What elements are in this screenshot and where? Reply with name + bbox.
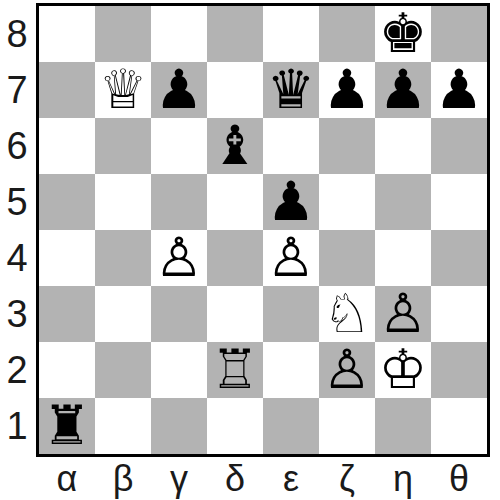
white-rook-piece: ♖ [211,342,259,398]
square-η7[interactable]: ♟ [375,62,431,118]
rank-label-4: 4 [0,230,34,286]
rank-label-6: 6 [0,118,34,174]
square-γ5[interactable] [151,174,207,230]
square-β5[interactable] [95,174,151,230]
white-pawn-piece: ♙ [267,230,315,286]
square-β6[interactable] [95,118,151,174]
square-δ4[interactable] [207,230,263,286]
square-η8[interactable]: ♚ [375,6,431,62]
chess-board: ♚♕♟♛♟♟♟♝♟♙♙♘♙♖♙♔♜ [36,3,490,457]
black-king-piece: ♚ [379,6,427,62]
square-ζ2[interactable]: ♙ [319,342,375,398]
square-δ5[interactable] [207,174,263,230]
black-pawn-piece: ♟ [435,62,483,118]
white-pawn-piece: ♙ [379,286,427,342]
square-γ4[interactable]: ♙ [151,230,207,286]
square-θ1[interactable] [431,398,487,454]
black-pawn-piece: ♟ [155,62,203,118]
square-ε1[interactable] [263,398,319,454]
file-label-γ: γ [151,459,207,499]
square-θ7[interactable]: ♟ [431,62,487,118]
square-α4[interactable] [39,230,95,286]
file-label-η: η [375,459,431,499]
rank-label-8: 8 [0,6,34,62]
white-king-piece: ♔ [379,342,427,398]
chess-diagram: 87654321 ♚♕♟♛♟♟♟♝♟♙♙♘♙♖♙♔♜ αβγδεζηθ [0,0,500,500]
square-δ2[interactable]: ♖ [207,342,263,398]
square-η5[interactable] [375,174,431,230]
square-α2[interactable] [39,342,95,398]
black-pawn-piece: ♟ [267,174,315,230]
square-ε3[interactable] [263,286,319,342]
square-ζ5[interactable] [319,174,375,230]
square-ζ7[interactable]: ♟ [319,62,375,118]
square-β8[interactable] [95,6,151,62]
square-γ7[interactable]: ♟ [151,62,207,118]
black-pawn-piece: ♟ [379,62,427,118]
square-β4[interactable] [95,230,151,286]
file-labels: αβγδεζηθ [39,459,487,499]
black-bishop-piece: ♝ [211,118,259,174]
square-θ3[interactable] [431,286,487,342]
square-α7[interactable] [39,62,95,118]
square-η2[interactable]: ♔ [375,342,431,398]
square-η4[interactable] [375,230,431,286]
white-pawn-piece: ♙ [323,342,371,398]
white-knight-piece: ♘ [323,286,371,342]
square-θ5[interactable] [431,174,487,230]
file-label-ε: ε [263,459,319,499]
white-queen-piece: ♕ [99,62,147,118]
square-γ2[interactable] [151,342,207,398]
square-θ6[interactable] [431,118,487,174]
square-η3[interactable]: ♙ [375,286,431,342]
square-δ1[interactable] [207,398,263,454]
square-η6[interactable] [375,118,431,174]
square-ζ3[interactable]: ♘ [319,286,375,342]
square-θ2[interactable] [431,342,487,398]
square-β7[interactable]: ♕ [95,62,151,118]
square-β1[interactable] [95,398,151,454]
square-α1[interactable]: ♜ [39,398,95,454]
square-ε8[interactable] [263,6,319,62]
black-queen-piece: ♛ [267,62,315,118]
square-θ8[interactable] [431,6,487,62]
file-label-θ: θ [431,459,487,499]
square-ε6[interactable] [263,118,319,174]
black-rook-piece: ♜ [43,398,91,454]
square-δ3[interactable] [207,286,263,342]
square-γ3[interactable] [151,286,207,342]
white-pawn-piece: ♙ [155,230,203,286]
square-ζ6[interactable] [319,118,375,174]
square-γ8[interactable] [151,6,207,62]
rank-label-2: 2 [0,342,34,398]
square-ε7[interactable]: ♛ [263,62,319,118]
square-δ8[interactable] [207,6,263,62]
square-θ4[interactable] [431,230,487,286]
square-ζ4[interactable] [319,230,375,286]
file-label-ζ: ζ [319,459,375,499]
file-label-δ: δ [207,459,263,499]
rank-label-1: 1 [0,398,34,454]
rank-label-3: 3 [0,286,34,342]
square-α3[interactable] [39,286,95,342]
black-pawn-piece: ♟ [323,62,371,118]
square-α8[interactable] [39,6,95,62]
file-label-β: β [95,459,151,499]
square-α6[interactable] [39,118,95,174]
square-δ6[interactable]: ♝ [207,118,263,174]
square-ε5[interactable]: ♟ [263,174,319,230]
square-β2[interactable] [95,342,151,398]
square-ε4[interactable]: ♙ [263,230,319,286]
square-γ6[interactable] [151,118,207,174]
square-ζ8[interactable] [319,6,375,62]
rank-labels: 87654321 [0,6,34,454]
square-η1[interactable] [375,398,431,454]
square-δ7[interactable] [207,62,263,118]
square-γ1[interactable] [151,398,207,454]
square-ε2[interactable] [263,342,319,398]
rank-label-7: 7 [0,62,34,118]
rank-label-5: 5 [0,174,34,230]
square-ζ1[interactable] [319,398,375,454]
square-β3[interactable] [95,286,151,342]
square-α5[interactable] [39,174,95,230]
file-label-α: α [39,459,95,499]
